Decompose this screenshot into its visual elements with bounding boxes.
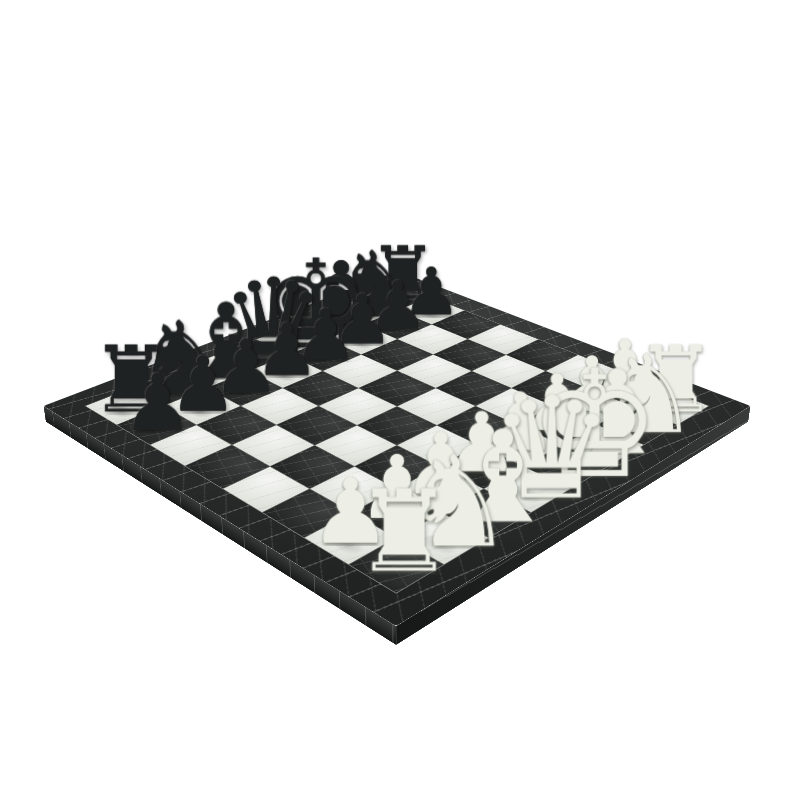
piece-white-rook-a1[interactable]: ♜ (353, 476, 439, 589)
chess-board: ♜♞♝♛♚♝♞♜♟♟♟♟♟♟♟♟♟♟♟♟♟♟♟♟♜♞♝♛♚♝♞♜ (43, 271, 750, 626)
product-photo-stage: ♜♞♝♛♚♝♞♜♟♟♟♟♟♟♟♟♟♟♟♟♟♟♟♟♜♞♝♛♚♝♞♜ (0, 0, 800, 800)
